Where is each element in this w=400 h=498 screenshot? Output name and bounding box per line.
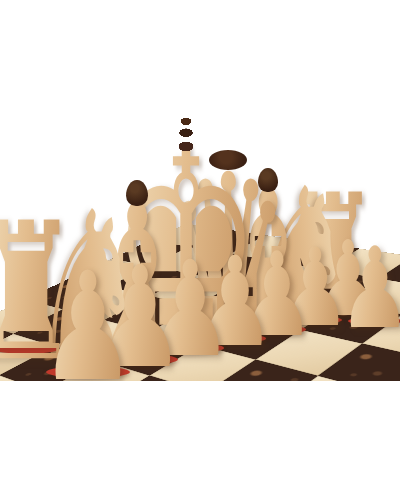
piece-pawn-1[interactable]: ♟: [40, 252, 137, 381]
photo-area: ♜ ♞ ♝ ♚ ♛ ♝ ♞ ♜ ♟ ♟ ♟ ♟ ♟ ♟ ♟ ♟: [0, 0, 400, 381]
piece-pawn-8[interactable]: ♟: [339, 232, 400, 344]
king-dark-finial: [174, 116, 198, 154]
product-photo: ♜ ♞ ♝ ♚ ♛ ♝ ♞ ♜ ♟ ♟ ♟ ♟ ♟ ♟ ♟ ♟: [0, 0, 400, 498]
